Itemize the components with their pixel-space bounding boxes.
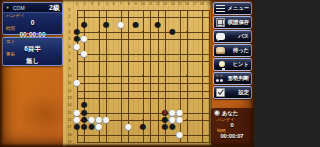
- board-point[interactable]: [154, 43, 161, 50]
- board-point[interactable]: [139, 50, 146, 57]
- board-point[interactable]: [88, 94, 95, 101]
- board-point[interactable]: [176, 65, 183, 72]
- board-point[interactable]: [125, 131, 132, 138]
- board-point[interactable]: [205, 57, 212, 64]
- board-point[interactable]: [191, 43, 198, 50]
- board-point[interactable]: [95, 50, 102, 57]
- board-point[interactable]: [183, 87, 190, 94]
- board-point[interactable]: [139, 72, 146, 79]
- button-形勢判断[interactable]: 形勢判断: [213, 72, 252, 85]
- board-point[interactable]: [103, 6, 110, 13]
- board-point[interactable]: [125, 87, 132, 94]
- board-point[interactable]: [117, 87, 124, 94]
- board-point[interactable]: [139, 109, 146, 116]
- board-point[interactable]: [176, 87, 183, 94]
- board-point[interactable]: [198, 65, 205, 72]
- board-point[interactable]: [191, 6, 198, 13]
- board-point[interactable]: [147, 116, 154, 123]
- board-point[interactable]: ●: [154, 21, 161, 28]
- board-point[interactable]: ●: [81, 35, 88, 42]
- board-point[interactable]: [88, 101, 95, 108]
- board-point[interactable]: [147, 50, 154, 57]
- board-point[interactable]: ●: [132, 21, 139, 28]
- board-point[interactable]: [169, 94, 176, 101]
- board-point[interactable]: ●: [176, 116, 183, 123]
- board-point[interactable]: [125, 35, 132, 42]
- board-point[interactable]: [198, 43, 205, 50]
- board-point[interactable]: [95, 43, 102, 50]
- board-point[interactable]: [132, 43, 139, 50]
- board-point[interactable]: [169, 72, 176, 79]
- board-point[interactable]: [147, 109, 154, 116]
- board-point[interactable]: [103, 101, 110, 108]
- button-メニュー[interactable]: メニュー: [213, 2, 252, 15]
- board-point[interactable]: [73, 6, 80, 13]
- board-point[interactable]: [103, 138, 110, 145]
- board-point[interactable]: [154, 131, 161, 138]
- board-point[interactable]: [205, 35, 212, 42]
- board-point[interactable]: [183, 35, 190, 42]
- board-point[interactable]: [125, 6, 132, 13]
- board-point[interactable]: [103, 57, 110, 64]
- board-point[interactable]: [95, 28, 102, 35]
- board-point[interactable]: [183, 13, 190, 20]
- board-point[interactable]: [110, 79, 117, 86]
- board-point[interactable]: [183, 123, 190, 130]
- board-point[interactable]: [73, 65, 80, 72]
- board-point[interactable]: [132, 50, 139, 57]
- button-パス[interactable]: パス: [213, 30, 252, 43]
- board-point[interactable]: ●: [73, 43, 80, 50]
- board-point[interactable]: [117, 57, 124, 64]
- board-point[interactable]: [117, 116, 124, 123]
- board-point[interactable]: [205, 13, 212, 20]
- board-point[interactable]: [139, 138, 146, 145]
- board-point[interactable]: [117, 6, 124, 13]
- board-point[interactable]: [132, 138, 139, 145]
- board-point[interactable]: [125, 101, 132, 108]
- board-point[interactable]: [198, 6, 205, 13]
- board-point[interactable]: [154, 65, 161, 72]
- board-point[interactable]: [110, 131, 117, 138]
- board-point[interactable]: [191, 87, 198, 94]
- board-point[interactable]: [147, 43, 154, 50]
- board-point[interactable]: [161, 94, 168, 101]
- board-point[interactable]: [132, 109, 139, 116]
- board-point[interactable]: [88, 50, 95, 57]
- board-point[interactable]: [103, 28, 110, 35]
- board-point[interactable]: [198, 138, 205, 145]
- board-point[interactable]: [205, 6, 212, 13]
- board-point[interactable]: [191, 50, 198, 57]
- board-point[interactable]: [205, 50, 212, 57]
- board-point[interactable]: [103, 65, 110, 72]
- board-point[interactable]: [176, 21, 183, 28]
- board-point[interactable]: [147, 21, 154, 28]
- board-point[interactable]: [176, 35, 183, 42]
- board-point[interactable]: [88, 138, 95, 145]
- board-point[interactable]: [154, 50, 161, 57]
- board-point[interactable]: [139, 13, 146, 20]
- board-point[interactable]: [110, 116, 117, 123]
- board-point[interactable]: [139, 28, 146, 35]
- board-point[interactable]: [110, 65, 117, 72]
- board-point[interactable]: [103, 94, 110, 101]
- board-point[interactable]: [191, 65, 198, 72]
- board-point[interactable]: [88, 35, 95, 42]
- board-point[interactable]: [183, 138, 190, 145]
- board-point[interactable]: [191, 138, 198, 145]
- board-point[interactable]: ●: [95, 123, 102, 130]
- board-point[interactable]: [125, 109, 132, 116]
- board-point[interactable]: [154, 87, 161, 94]
- board-point[interactable]: [198, 79, 205, 86]
- board-point[interactable]: [132, 87, 139, 94]
- board-point[interactable]: [169, 87, 176, 94]
- board-point[interactable]: [176, 57, 183, 64]
- board-point[interactable]: [161, 50, 168, 57]
- board-point[interactable]: [95, 131, 102, 138]
- board-point[interactable]: [147, 123, 154, 130]
- board-point[interactable]: [161, 35, 168, 42]
- board-point[interactable]: [176, 13, 183, 20]
- board-point[interactable]: [191, 21, 198, 28]
- board-point[interactable]: [73, 13, 80, 20]
- board-point[interactable]: [110, 43, 117, 50]
- board-point[interactable]: [95, 138, 102, 145]
- board-point[interactable]: [198, 35, 205, 42]
- board-point[interactable]: [110, 21, 117, 28]
- board-point[interactable]: [81, 65, 88, 72]
- board-point[interactable]: [147, 6, 154, 13]
- board-point[interactable]: [110, 101, 117, 108]
- board-point[interactable]: [191, 94, 198, 101]
- board-point[interactable]: [161, 57, 168, 64]
- board-point[interactable]: [161, 138, 168, 145]
- board-point[interactable]: [125, 72, 132, 79]
- board-point[interactable]: [191, 28, 198, 35]
- board-point[interactable]: [183, 28, 190, 35]
- board-point[interactable]: [154, 123, 161, 130]
- board-point[interactable]: [198, 87, 205, 94]
- board-point[interactable]: [88, 21, 95, 28]
- board-point[interactable]: [95, 57, 102, 64]
- board-point[interactable]: [95, 94, 102, 101]
- board-point[interactable]: [139, 21, 146, 28]
- board-point[interactable]: [88, 43, 95, 50]
- board-point[interactable]: [183, 50, 190, 57]
- board-point[interactable]: [132, 57, 139, 64]
- board-point[interactable]: [88, 28, 95, 35]
- board-point[interactable]: [95, 6, 102, 13]
- board-point[interactable]: [176, 72, 183, 79]
- board-point[interactable]: [176, 28, 183, 35]
- board-point[interactable]: [205, 21, 212, 28]
- board-point[interactable]: [81, 6, 88, 13]
- board-point[interactable]: [110, 72, 117, 79]
- board-point[interactable]: [191, 57, 198, 64]
- board-point[interactable]: [132, 35, 139, 42]
- board-point[interactable]: [139, 6, 146, 13]
- board-point[interactable]: [154, 101, 161, 108]
- board-point[interactable]: [161, 28, 168, 35]
- board-point[interactable]: [147, 87, 154, 94]
- board-point[interactable]: [132, 79, 139, 86]
- board-point[interactable]: [154, 116, 161, 123]
- board-point[interactable]: [139, 35, 146, 42]
- board-point[interactable]: [125, 65, 132, 72]
- board-point[interactable]: [205, 43, 212, 50]
- board-point[interactable]: ●: [176, 131, 183, 138]
- board-point[interactable]: [169, 138, 176, 145]
- board-point[interactable]: ●: [103, 21, 110, 28]
- board-point[interactable]: [110, 28, 117, 35]
- board-point[interactable]: [191, 109, 198, 116]
- board-point[interactable]: [169, 79, 176, 86]
- board-point[interactable]: [183, 21, 190, 28]
- board-point[interactable]: [169, 131, 176, 138]
- board-point[interactable]: [88, 13, 95, 20]
- board-point[interactable]: [110, 35, 117, 42]
- board-point[interactable]: [191, 79, 198, 86]
- board-point[interactable]: [176, 79, 183, 86]
- board-point[interactable]: [125, 21, 132, 28]
- board-point[interactable]: [103, 131, 110, 138]
- board-point[interactable]: ●: [169, 123, 176, 130]
- board-point[interactable]: [95, 13, 102, 20]
- board-point[interactable]: [161, 131, 168, 138]
- board-point[interactable]: [81, 138, 88, 145]
- board-point[interactable]: [147, 57, 154, 64]
- button-ヒント[interactable]: ヒント: [213, 58, 252, 71]
- board-point[interactable]: [147, 79, 154, 86]
- board-point[interactable]: [132, 28, 139, 35]
- board-point[interactable]: ●: [161, 123, 168, 130]
- board-point[interactable]: [169, 57, 176, 64]
- board-point[interactable]: [154, 6, 161, 13]
- board-point[interactable]: [161, 72, 168, 79]
- board-point[interactable]: [110, 123, 117, 130]
- board-point[interactable]: [110, 94, 117, 101]
- board-point[interactable]: [110, 13, 117, 20]
- board-point[interactable]: [110, 57, 117, 64]
- board-point[interactable]: [125, 79, 132, 86]
- board-point[interactable]: [81, 57, 88, 64]
- board-point[interactable]: [176, 50, 183, 57]
- board-point[interactable]: [125, 28, 132, 35]
- board-point[interactable]: [198, 28, 205, 35]
- board-point[interactable]: [73, 94, 80, 101]
- board-point[interactable]: [191, 101, 198, 108]
- board-point[interactable]: [117, 35, 124, 42]
- board-point[interactable]: [191, 72, 198, 79]
- board-point[interactable]: [191, 131, 198, 138]
- board-point[interactable]: [95, 65, 102, 72]
- board-point[interactable]: [161, 79, 168, 86]
- board-point[interactable]: [103, 72, 110, 79]
- board-point[interactable]: [161, 65, 168, 72]
- board-point[interactable]: [154, 138, 161, 145]
- board-point[interactable]: [183, 101, 190, 108]
- board-point[interactable]: [205, 72, 212, 79]
- board-point[interactable]: [183, 57, 190, 64]
- board-point[interactable]: [95, 87, 102, 94]
- board-point[interactable]: [117, 79, 124, 86]
- board-point[interactable]: [103, 50, 110, 57]
- board-point[interactable]: [110, 6, 117, 13]
- board-point[interactable]: [154, 57, 161, 64]
- board-point[interactable]: [103, 43, 110, 50]
- board-point[interactable]: [191, 13, 198, 20]
- board-point[interactable]: [205, 94, 212, 101]
- board-point[interactable]: [198, 21, 205, 28]
- board-point[interactable]: [88, 72, 95, 79]
- board-point[interactable]: [139, 43, 146, 50]
- board-point[interactable]: [198, 72, 205, 79]
- board-point[interactable]: [110, 109, 117, 116]
- board-point[interactable]: [154, 94, 161, 101]
- board-point[interactable]: [132, 123, 139, 130]
- board-point[interactable]: [125, 94, 132, 101]
- board-point[interactable]: [125, 43, 132, 50]
- board-point[interactable]: [81, 79, 88, 86]
- board-point[interactable]: [132, 65, 139, 72]
- board-point[interactable]: [117, 65, 124, 72]
- board-point[interactable]: [117, 50, 124, 57]
- board-point[interactable]: [183, 109, 190, 116]
- board-point[interactable]: [117, 94, 124, 101]
- board-point[interactable]: [110, 138, 117, 145]
- board-point[interactable]: [161, 87, 168, 94]
- board-point[interactable]: [88, 6, 95, 13]
- board-point[interactable]: [161, 13, 168, 20]
- board-point[interactable]: [154, 35, 161, 42]
- board-point[interactable]: [110, 50, 117, 57]
- board-point[interactable]: [73, 50, 80, 57]
- board-point[interactable]: ●: [81, 21, 88, 28]
- board-point[interactable]: [117, 72, 124, 79]
- board-point[interactable]: [139, 87, 146, 94]
- board-point[interactable]: ●: [103, 116, 110, 123]
- board-point[interactable]: [117, 101, 124, 108]
- board-point[interactable]: [205, 65, 212, 72]
- board-point[interactable]: [147, 13, 154, 20]
- board-point[interactable]: [117, 28, 124, 35]
- board-point[interactable]: [103, 87, 110, 94]
- board-point[interactable]: [183, 6, 190, 13]
- board-point[interactable]: ●: [73, 123, 80, 130]
- board-point[interactable]: [139, 79, 146, 86]
- button-設定[interactable]: 設定: [213, 86, 252, 99]
- board-point[interactable]: [132, 6, 139, 13]
- board-point[interactable]: [161, 43, 168, 50]
- board-point[interactable]: [198, 57, 205, 64]
- board-point[interactable]: [147, 94, 154, 101]
- board-point[interactable]: [205, 87, 212, 94]
- board-point[interactable]: [139, 65, 146, 72]
- board-point[interactable]: [198, 101, 205, 108]
- board-point[interactable]: [117, 131, 124, 138]
- board-point[interactable]: ●: [117, 21, 124, 28]
- board-point[interactable]: [161, 21, 168, 28]
- board-point[interactable]: [88, 57, 95, 64]
- board-point[interactable]: [125, 138, 132, 145]
- board-point[interactable]: [147, 101, 154, 108]
- board-point[interactable]: [95, 72, 102, 79]
- board-point[interactable]: [198, 116, 205, 123]
- board-point[interactable]: [205, 28, 212, 35]
- board-point[interactable]: [169, 43, 176, 50]
- board-point[interactable]: [169, 50, 176, 57]
- board-point[interactable]: [183, 116, 190, 123]
- board-point[interactable]: [198, 123, 205, 130]
- board-point[interactable]: [154, 109, 161, 116]
- board-point[interactable]: [147, 72, 154, 79]
- board-point[interactable]: [103, 123, 110, 130]
- board-point[interactable]: [95, 35, 102, 42]
- board-point[interactable]: [183, 72, 190, 79]
- board-point[interactable]: [183, 94, 190, 101]
- board-point[interactable]: [169, 65, 176, 72]
- board-point[interactable]: [183, 43, 190, 50]
- board-point[interactable]: [88, 65, 95, 72]
- board-point[interactable]: [147, 35, 154, 42]
- board-point[interactable]: [154, 28, 161, 35]
- board-point[interactable]: [183, 79, 190, 86]
- board-point[interactable]: [169, 13, 176, 20]
- board-point[interactable]: [95, 101, 102, 108]
- board-point[interactable]: [198, 50, 205, 57]
- board-point[interactable]: [103, 35, 110, 42]
- board-point[interactable]: ●: [73, 79, 80, 86]
- board-point[interactable]: [95, 79, 102, 86]
- board-point[interactable]: [205, 79, 212, 86]
- board-point[interactable]: [103, 79, 110, 86]
- board-point[interactable]: [147, 28, 154, 35]
- board-point[interactable]: [132, 116, 139, 123]
- board-point[interactable]: [125, 13, 132, 20]
- board-point[interactable]: [110, 87, 117, 94]
- board-point[interactable]: [191, 116, 198, 123]
- board-point[interactable]: [147, 138, 154, 145]
- board-point[interactable]: ●: [81, 123, 88, 130]
- board-point[interactable]: [73, 131, 80, 138]
- board-point[interactable]: [125, 57, 132, 64]
- board-point[interactable]: [176, 138, 183, 145]
- board-point[interactable]: [176, 94, 183, 101]
- board-point[interactable]: [198, 131, 205, 138]
- board-point[interactable]: [132, 131, 139, 138]
- board-point[interactable]: [183, 131, 190, 138]
- board-point[interactable]: [117, 138, 124, 145]
- board-point[interactable]: [132, 94, 139, 101]
- button-待った[interactable]: 待った: [213, 44, 252, 57]
- board-point[interactable]: [154, 79, 161, 86]
- board-point[interactable]: [73, 57, 80, 64]
- board-point[interactable]: [169, 35, 176, 42]
- board-point[interactable]: [147, 65, 154, 72]
- board-point[interactable]: [139, 101, 146, 108]
- board-point[interactable]: [161, 6, 168, 13]
- board-point[interactable]: [95, 21, 102, 28]
- board-point[interactable]: ●: [169, 28, 176, 35]
- board-point[interactable]: [132, 101, 139, 108]
- board-point[interactable]: [81, 87, 88, 94]
- board-point[interactable]: [176, 43, 183, 50]
- board-point[interactable]: [117, 109, 124, 116]
- board-point[interactable]: [88, 131, 95, 138]
- board-point[interactable]: [117, 123, 124, 130]
